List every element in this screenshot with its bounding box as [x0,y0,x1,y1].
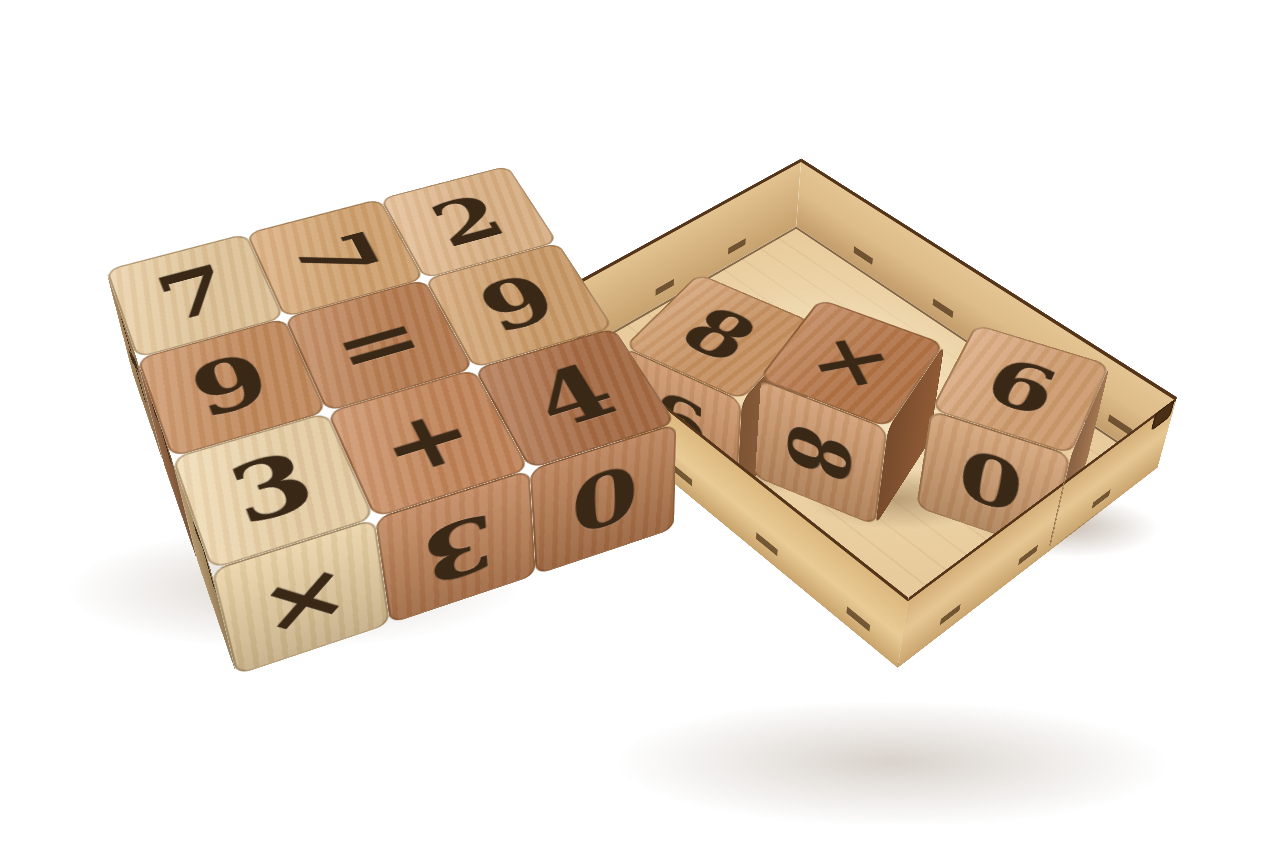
glyph-9: 9 [468,265,568,343]
glyph-0: 0 [570,453,639,547]
photo-canvas: 8 6 × 8 6 0 7 × 7 2 [0,0,1280,847]
glyph-0: 0 [954,439,1029,525]
glyph-3: 3 [220,440,325,537]
glyph-8: 8 [775,414,863,492]
glyph-multiply: × [797,322,907,402]
glyph-2: 2 [421,186,515,256]
glyph-3-upside-down: 3 [419,500,497,595]
glyph-equals: = [322,301,435,387]
glyph-6: 6 [976,349,1067,427]
glyph-7-rotated: 7 [278,225,390,289]
scene-3d: 8 6 × 8 6 0 7 × 7 2 [0,170,1280,785]
glyph-7: 7 [149,256,240,333]
glyph-plus: + [367,393,488,489]
glyph-4: 4 [520,353,628,440]
glyph-8: 8 [668,298,770,372]
tray-ground-shadow [603,698,1198,830]
stack-block-r2c0: 3 × × [198,518,390,676]
glyph-multiply: × [251,547,355,648]
glyph-9: 9 [182,343,280,429]
